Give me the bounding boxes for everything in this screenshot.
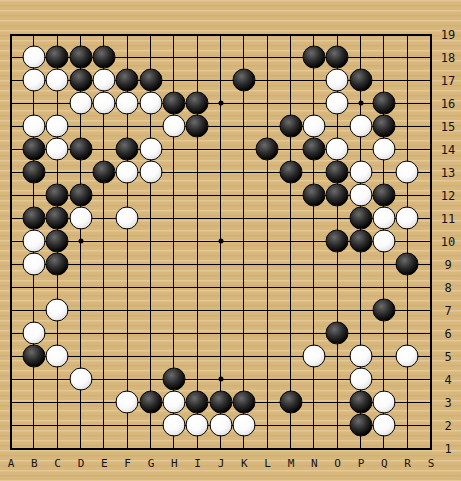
intersection-K5[interactable]: [232, 345, 255, 368]
intersection-E8[interactable]: [92, 276, 115, 299]
intersection-P15[interactable]: [349, 115, 372, 138]
intersection-M17[interactable]: [279, 69, 302, 92]
intersection-B12[interactable]: [22, 184, 45, 207]
intersection-L15[interactable]: [256, 115, 279, 138]
intersection-M11[interactable]: [279, 207, 302, 230]
intersection-F4[interactable]: [116, 368, 139, 391]
intersection-L13[interactable]: [256, 161, 279, 184]
intersection-D9[interactable]: [69, 253, 92, 276]
intersection-I15[interactable]: [186, 115, 209, 138]
intersection-B19[interactable]: [22, 23, 45, 46]
intersection-P11[interactable]: [349, 207, 372, 230]
intersection-E14[interactable]: [92, 138, 115, 161]
intersection-G12[interactable]: [139, 184, 162, 207]
intersection-D6[interactable]: [69, 322, 92, 345]
intersection-A4[interactable]: [0, 368, 22, 391]
intersection-P8[interactable]: [349, 276, 372, 299]
intersection-E10[interactable]: [92, 230, 115, 253]
intersection-F10[interactable]: [116, 230, 139, 253]
intersection-L6[interactable]: [256, 322, 279, 345]
intersection-J2[interactable]: [209, 414, 232, 437]
intersection-J5[interactable]: [209, 345, 232, 368]
intersection-O15[interactable]: [326, 115, 349, 138]
intersection-O18[interactable]: [326, 46, 349, 69]
intersection-I10[interactable]: [186, 230, 209, 253]
intersection-B3[interactable]: [22, 391, 45, 414]
intersection-R5[interactable]: [396, 345, 419, 368]
intersection-R8[interactable]: [396, 276, 419, 299]
intersection-R17[interactable]: [396, 69, 419, 92]
intersection-H17[interactable]: [162, 69, 185, 92]
intersection-C5[interactable]: [46, 345, 69, 368]
intersection-O8[interactable]: [326, 276, 349, 299]
intersection-K18[interactable]: [232, 46, 255, 69]
intersection-K15[interactable]: [232, 115, 255, 138]
intersection-O7[interactable]: [326, 299, 349, 322]
intersection-R16[interactable]: [396, 92, 419, 115]
intersection-K16[interactable]: [232, 92, 255, 115]
intersection-G3[interactable]: [139, 391, 162, 414]
intersection-O14[interactable]: [326, 138, 349, 161]
intersection-L3[interactable]: [256, 391, 279, 414]
intersection-D3[interactable]: [69, 391, 92, 414]
intersection-N18[interactable]: [302, 46, 325, 69]
intersection-F17[interactable]: [116, 69, 139, 92]
intersection-R2[interactable]: [396, 414, 419, 437]
intersection-K8[interactable]: [232, 276, 255, 299]
intersection-Q2[interactable]: [372, 414, 395, 437]
intersection-E16[interactable]: [92, 92, 115, 115]
intersection-C6[interactable]: [46, 322, 69, 345]
intersection-D7[interactable]: [69, 299, 92, 322]
intersection-M16[interactable]: [279, 92, 302, 115]
intersection-Q5[interactable]: [372, 345, 395, 368]
intersection-P17[interactable]: [349, 69, 372, 92]
intersection-I9[interactable]: [186, 253, 209, 276]
intersection-P12[interactable]: [349, 184, 372, 207]
intersection-O9[interactable]: [326, 253, 349, 276]
intersection-O17[interactable]: [326, 69, 349, 92]
intersection-B6[interactable]: [22, 322, 45, 345]
intersection-H13[interactable]: [162, 161, 185, 184]
intersection-F8[interactable]: [116, 276, 139, 299]
intersection-I11[interactable]: [186, 207, 209, 230]
intersection-N16[interactable]: [302, 92, 325, 115]
intersection-F7[interactable]: [116, 299, 139, 322]
intersection-E15[interactable]: [92, 115, 115, 138]
intersection-F11[interactable]: [116, 207, 139, 230]
intersection-D18[interactable]: [69, 46, 92, 69]
intersection-F5[interactable]: [116, 345, 139, 368]
intersection-M18[interactable]: [279, 46, 302, 69]
intersection-N2[interactable]: [302, 414, 325, 437]
intersection-C16[interactable]: [46, 92, 69, 115]
intersection-G15[interactable]: [139, 115, 162, 138]
intersection-R11[interactable]: [396, 207, 419, 230]
intersection-C10[interactable]: [46, 230, 69, 253]
intersection-L16[interactable]: [256, 92, 279, 115]
intersection-I3[interactable]: [186, 391, 209, 414]
intersection-A16[interactable]: [0, 92, 22, 115]
intersection-A18[interactable]: [0, 46, 22, 69]
intersection-B5[interactable]: [22, 345, 45, 368]
intersection-M9[interactable]: [279, 253, 302, 276]
intersection-B4[interactable]: [22, 368, 45, 391]
intersection-Q9[interactable]: [372, 253, 395, 276]
intersection-A2[interactable]: [0, 414, 22, 437]
intersection-R14[interactable]: [396, 138, 419, 161]
intersection-B7[interactable]: [22, 299, 45, 322]
intersection-I2[interactable]: [186, 414, 209, 437]
intersection-P7[interactable]: [349, 299, 372, 322]
intersection-D15[interactable]: [69, 115, 92, 138]
intersection-J18[interactable]: [209, 46, 232, 69]
intersection-M8[interactable]: [279, 276, 302, 299]
intersection-L4[interactable]: [256, 368, 279, 391]
intersection-J4[interactable]: [209, 368, 232, 391]
intersection-O5[interactable]: [326, 345, 349, 368]
intersection-R3[interactable]: [396, 391, 419, 414]
intersection-R6[interactable]: [396, 322, 419, 345]
intersection-P2[interactable]: [349, 414, 372, 437]
intersection-G13[interactable]: [139, 161, 162, 184]
intersection-Q8[interactable]: [372, 276, 395, 299]
intersection-E4[interactable]: [92, 368, 115, 391]
intersection-J15[interactable]: [209, 115, 232, 138]
intersection-G11[interactable]: [139, 207, 162, 230]
intersection-P16[interactable]: [349, 92, 372, 115]
intersection-P10[interactable]: [349, 230, 372, 253]
intersection-K17[interactable]: [232, 69, 255, 92]
intersection-N8[interactable]: [302, 276, 325, 299]
intersection-J12[interactable]: [209, 184, 232, 207]
intersection-L8[interactable]: [256, 276, 279, 299]
intersection-M2[interactable]: [279, 414, 302, 437]
intersection-I6[interactable]: [186, 322, 209, 345]
intersection-M14[interactable]: [279, 138, 302, 161]
intersection-I5[interactable]: [186, 345, 209, 368]
intersection-G2[interactable]: [139, 414, 162, 437]
intersection-A13[interactable]: [0, 161, 22, 184]
intersection-C8[interactable]: [46, 276, 69, 299]
intersection-J7[interactable]: [209, 299, 232, 322]
intersection-I13[interactable]: [186, 161, 209, 184]
intersection-H5[interactable]: [162, 345, 185, 368]
intersection-L14[interactable]: [256, 138, 279, 161]
intersection-I19[interactable]: [186, 23, 209, 46]
intersection-L5[interactable]: [256, 345, 279, 368]
intersection-K11[interactable]: [232, 207, 255, 230]
intersection-H4[interactable]: [162, 368, 185, 391]
intersection-D5[interactable]: [69, 345, 92, 368]
intersection-Q17[interactable]: [372, 69, 395, 92]
intersection-F3[interactable]: [116, 391, 139, 414]
intersection-E17[interactable]: [92, 69, 115, 92]
intersection-I14[interactable]: [186, 138, 209, 161]
intersection-B10[interactable]: [22, 230, 45, 253]
intersection-M15[interactable]: [279, 115, 302, 138]
intersection-D2[interactable]: [69, 414, 92, 437]
intersection-I8[interactable]: [186, 276, 209, 299]
intersection-D8[interactable]: [69, 276, 92, 299]
intersection-G18[interactable]: [139, 46, 162, 69]
intersection-L9[interactable]: [256, 253, 279, 276]
intersection-Q13[interactable]: [372, 161, 395, 184]
intersection-M10[interactable]: [279, 230, 302, 253]
intersection-G9[interactable]: [139, 253, 162, 276]
intersection-D4[interactable]: [69, 368, 92, 391]
intersection-B2[interactable]: [22, 414, 45, 437]
intersection-Q6[interactable]: [372, 322, 395, 345]
intersection-N7[interactable]: [302, 299, 325, 322]
intersection-D10[interactable]: [69, 230, 92, 253]
intersection-D17[interactable]: [69, 69, 92, 92]
intersection-G8[interactable]: [139, 276, 162, 299]
intersection-C19[interactable]: [46, 23, 69, 46]
intersection-A19[interactable]: [0, 23, 22, 46]
intersection-J19[interactable]: [209, 23, 232, 46]
intersection-M7[interactable]: [279, 299, 302, 322]
intersection-K10[interactable]: [232, 230, 255, 253]
intersection-L7[interactable]: [256, 299, 279, 322]
intersection-B9[interactable]: [22, 253, 45, 276]
intersection-L17[interactable]: [256, 69, 279, 92]
intersection-K3[interactable]: [232, 391, 255, 414]
intersection-G17[interactable]: [139, 69, 162, 92]
intersection-D14[interactable]: [69, 138, 92, 161]
intersection-M6[interactable]: [279, 322, 302, 345]
intersection-B17[interactable]: [22, 69, 45, 92]
intersection-Q11[interactable]: [372, 207, 395, 230]
intersection-C13[interactable]: [46, 161, 69, 184]
intersection-R4[interactable]: [396, 368, 419, 391]
intersection-B8[interactable]: [22, 276, 45, 299]
intersection-M3[interactable]: [279, 391, 302, 414]
intersection-N13[interactable]: [302, 161, 325, 184]
intersection-H11[interactable]: [162, 207, 185, 230]
intersection-C12[interactable]: [46, 184, 69, 207]
board-grid[interactable]: [0, 23, 442, 460]
intersection-P18[interactable]: [349, 46, 372, 69]
intersection-N17[interactable]: [302, 69, 325, 92]
intersection-K4[interactable]: [232, 368, 255, 391]
intersection-A9[interactable]: [0, 253, 22, 276]
intersection-J8[interactable]: [209, 276, 232, 299]
intersection-H2[interactable]: [162, 414, 185, 437]
intersection-N5[interactable]: [302, 345, 325, 368]
intersection-N19[interactable]: [302, 23, 325, 46]
intersection-Q14[interactable]: [372, 138, 395, 161]
intersection-A5[interactable]: [0, 345, 22, 368]
intersection-E19[interactable]: [92, 23, 115, 46]
intersection-Q3[interactable]: [372, 391, 395, 414]
intersection-C15[interactable]: [46, 115, 69, 138]
intersection-E5[interactable]: [92, 345, 115, 368]
intersection-I4[interactable]: [186, 368, 209, 391]
intersection-E7[interactable]: [92, 299, 115, 322]
intersection-M19[interactable]: [279, 23, 302, 46]
intersection-I18[interactable]: [186, 46, 209, 69]
intersection-P4[interactable]: [349, 368, 372, 391]
intersection-A17[interactable]: [0, 69, 22, 92]
intersection-D16[interactable]: [69, 92, 92, 115]
intersection-C18[interactable]: [46, 46, 69, 69]
intersection-Q18[interactable]: [372, 46, 395, 69]
intersection-K13[interactable]: [232, 161, 255, 184]
intersection-R13[interactable]: [396, 161, 419, 184]
intersection-G10[interactable]: [139, 230, 162, 253]
intersection-I12[interactable]: [186, 184, 209, 207]
intersection-B14[interactable]: [22, 138, 45, 161]
intersection-P5[interactable]: [349, 345, 372, 368]
intersection-C14[interactable]: [46, 138, 69, 161]
intersection-O12[interactable]: [326, 184, 349, 207]
intersection-P3[interactable]: [349, 391, 372, 414]
intersection-O10[interactable]: [326, 230, 349, 253]
intersection-J16[interactable]: [209, 92, 232, 115]
intersection-H10[interactable]: [162, 230, 185, 253]
intersection-F13[interactable]: [116, 161, 139, 184]
intersection-M13[interactable]: [279, 161, 302, 184]
intersection-F6[interactable]: [116, 322, 139, 345]
intersection-A10[interactable]: [0, 230, 22, 253]
intersection-D12[interactable]: [69, 184, 92, 207]
intersection-E2[interactable]: [92, 414, 115, 437]
intersection-B13[interactable]: [22, 161, 45, 184]
intersection-G5[interactable]: [139, 345, 162, 368]
intersection-O4[interactable]: [326, 368, 349, 391]
intersection-J10[interactable]: [209, 230, 232, 253]
intersection-G16[interactable]: [139, 92, 162, 115]
intersection-N3[interactable]: [302, 391, 325, 414]
intersection-Q16[interactable]: [372, 92, 395, 115]
intersection-G14[interactable]: [139, 138, 162, 161]
intersection-N6[interactable]: [302, 322, 325, 345]
intersection-M12[interactable]: [279, 184, 302, 207]
intersection-F15[interactable]: [116, 115, 139, 138]
intersection-H8[interactable]: [162, 276, 185, 299]
intersection-D13[interactable]: [69, 161, 92, 184]
intersection-R15[interactable]: [396, 115, 419, 138]
intersection-C11[interactable]: [46, 207, 69, 230]
intersection-R10[interactable]: [396, 230, 419, 253]
intersection-N4[interactable]: [302, 368, 325, 391]
intersection-O13[interactable]: [326, 161, 349, 184]
intersection-B11[interactable]: [22, 207, 45, 230]
intersection-J11[interactable]: [209, 207, 232, 230]
intersection-L10[interactable]: [256, 230, 279, 253]
intersection-C9[interactable]: [46, 253, 69, 276]
intersection-F9[interactable]: [116, 253, 139, 276]
intersection-N14[interactable]: [302, 138, 325, 161]
intersection-J13[interactable]: [209, 161, 232, 184]
intersection-L11[interactable]: [256, 207, 279, 230]
intersection-P19[interactable]: [349, 23, 372, 46]
intersection-Q12[interactable]: [372, 184, 395, 207]
intersection-H6[interactable]: [162, 322, 185, 345]
intersection-H12[interactable]: [162, 184, 185, 207]
intersection-B15[interactable]: [22, 115, 45, 138]
intersection-F16[interactable]: [116, 92, 139, 115]
intersection-G6[interactable]: [139, 322, 162, 345]
intersection-F14[interactable]: [116, 138, 139, 161]
intersection-N10[interactable]: [302, 230, 325, 253]
intersection-M5[interactable]: [279, 345, 302, 368]
intersection-E6[interactable]: [92, 322, 115, 345]
intersection-O3[interactable]: [326, 391, 349, 414]
intersection-K2[interactable]: [232, 414, 255, 437]
intersection-J9[interactable]: [209, 253, 232, 276]
intersection-H3[interactable]: [162, 391, 185, 414]
intersection-E11[interactable]: [92, 207, 115, 230]
intersection-M4[interactable]: [279, 368, 302, 391]
intersection-C17[interactable]: [46, 69, 69, 92]
intersection-C3[interactable]: [46, 391, 69, 414]
intersection-J14[interactable]: [209, 138, 232, 161]
intersection-A11[interactable]: [0, 207, 22, 230]
intersection-Q7[interactable]: [372, 299, 395, 322]
intersection-L12[interactable]: [256, 184, 279, 207]
intersection-I7[interactable]: [186, 299, 209, 322]
intersection-N11[interactable]: [302, 207, 325, 230]
intersection-L19[interactable]: [256, 23, 279, 46]
intersection-G7[interactable]: [139, 299, 162, 322]
intersection-I16[interactable]: [186, 92, 209, 115]
intersection-D19[interactable]: [69, 23, 92, 46]
intersection-N9[interactable]: [302, 253, 325, 276]
intersection-C4[interactable]: [46, 368, 69, 391]
intersection-H9[interactable]: [162, 253, 185, 276]
intersection-P14[interactable]: [349, 138, 372, 161]
intersection-F19[interactable]: [116, 23, 139, 46]
intersection-R18[interactable]: [396, 46, 419, 69]
intersection-Q15[interactable]: [372, 115, 395, 138]
intersection-O6[interactable]: [326, 322, 349, 345]
intersection-K9[interactable]: [232, 253, 255, 276]
intersection-H19[interactable]: [162, 23, 185, 46]
intersection-P6[interactable]: [349, 322, 372, 345]
intersection-K6[interactable]: [232, 322, 255, 345]
intersection-F12[interactable]: [116, 184, 139, 207]
intersection-J3[interactable]: [209, 391, 232, 414]
intersection-E12[interactable]: [92, 184, 115, 207]
intersection-R12[interactable]: [396, 184, 419, 207]
intersection-K14[interactable]: [232, 138, 255, 161]
intersection-A12[interactable]: [0, 184, 22, 207]
intersection-H18[interactable]: [162, 46, 185, 69]
intersection-O11[interactable]: [326, 207, 349, 230]
intersection-P13[interactable]: [349, 161, 372, 184]
intersection-Q10[interactable]: [372, 230, 395, 253]
intersection-F18[interactable]: [116, 46, 139, 69]
intersection-L2[interactable]: [256, 414, 279, 437]
intersection-G19[interactable]: [139, 23, 162, 46]
intersection-C7[interactable]: [46, 299, 69, 322]
intersection-O2[interactable]: [326, 414, 349, 437]
intersection-F2[interactable]: [116, 414, 139, 437]
intersection-A6[interactable]: [0, 322, 22, 345]
intersection-O16[interactable]: [326, 92, 349, 115]
intersection-A15[interactable]: [0, 115, 22, 138]
intersection-H7[interactable]: [162, 299, 185, 322]
intersection-J17[interactable]: [209, 69, 232, 92]
intersection-R7[interactable]: [396, 299, 419, 322]
intersection-Q4[interactable]: [372, 368, 395, 391]
intersection-G4[interactable]: [139, 368, 162, 391]
intersection-B18[interactable]: [22, 46, 45, 69]
intersection-H14[interactable]: [162, 138, 185, 161]
intersection-D11[interactable]: [69, 207, 92, 230]
